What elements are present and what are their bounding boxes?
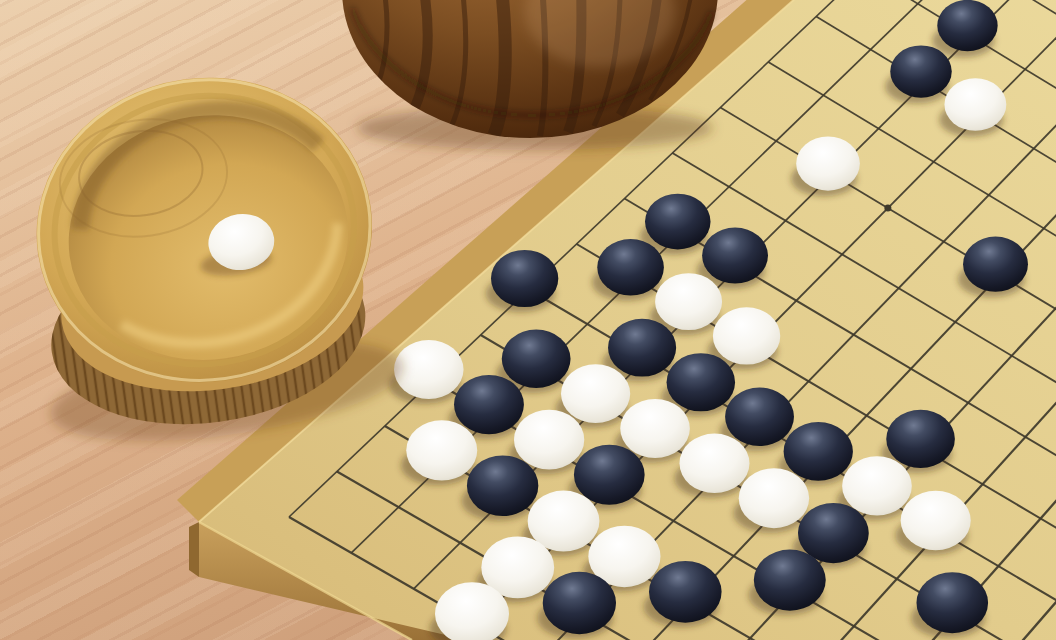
- white-stone[interactable]: [901, 491, 971, 551]
- white-stone[interactable]: [944, 78, 1006, 131]
- black-stone[interactable]: [916, 572, 988, 633]
- black-stone[interactable]: [608, 319, 676, 377]
- black-stone[interactable]: [645, 194, 711, 250]
- black-stone[interactable]: [886, 410, 955, 468]
- black-stone[interactable]: [649, 561, 722, 623]
- white-stone[interactable]: [842, 456, 912, 515]
- black-stone[interactable]: [702, 228, 768, 284]
- black-stone[interactable]: [890, 45, 952, 97]
- black-stone[interactable]: [467, 455, 538, 516]
- black-stone[interactable]: [963, 237, 1028, 292]
- black-stone[interactable]: [667, 353, 736, 411]
- white-stone[interactable]: [739, 468, 809, 528]
- board-side-corner: [189, 522, 199, 577]
- black-stone[interactable]: [754, 550, 826, 611]
- white-stone[interactable]: [394, 340, 464, 399]
- black-stone[interactable]: [597, 239, 664, 296]
- white-stone[interactable]: [679, 434, 749, 494]
- black-stone[interactable]: [543, 572, 616, 634]
- black-stone[interactable]: [574, 445, 645, 505]
- black-stone[interactable]: [725, 388, 794, 447]
- photo-stage: [0, 0, 1056, 640]
- black-stone[interactable]: [937, 0, 997, 51]
- black-stone[interactable]: [454, 375, 524, 434]
- white-stone[interactable]: [620, 399, 690, 458]
- white-stone[interactable]: [406, 420, 477, 480]
- white-stone[interactable]: [713, 307, 780, 364]
- black-stone[interactable]: [502, 330, 571, 388]
- scene-svg: [0, 0, 1056, 640]
- light-bowl: [7, 55, 409, 459]
- white-stone[interactable]: [796, 136, 860, 190]
- white-stone[interactable]: [514, 410, 584, 470]
- star-point: [884, 205, 891, 212]
- white-stone[interactable]: [655, 273, 722, 330]
- black-stone[interactable]: [491, 250, 558, 307]
- black-stone[interactable]: [784, 422, 853, 481]
- dark-bowl: [342, 0, 718, 150]
- white-stone[interactable]: [561, 364, 630, 423]
